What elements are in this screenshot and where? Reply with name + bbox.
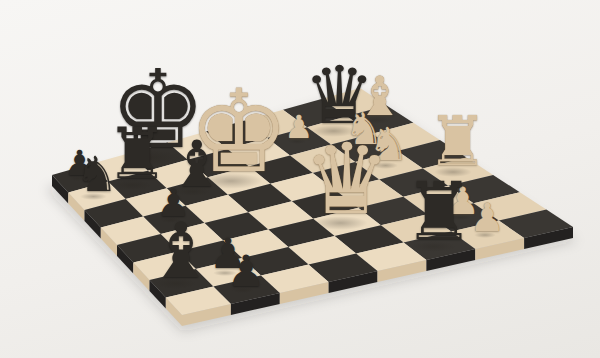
pawn-glyph: ♟: [224, 249, 268, 293]
knight-glyph: ♞: [72, 150, 122, 200]
piece-black-rook[interactable]: ♜: [398, 171, 479, 252]
rook-glyph: ♜: [398, 171, 479, 252]
queen-glyph: ♛: [297, 130, 397, 230]
product-photo-stage: ♝♛♟♞♚♞♜♟♚♜♝♞♟♟♛♟♜♟♝♟: [0, 0, 600, 358]
piece-black-knight[interactable]: ♞: [72, 150, 122, 200]
piece-black-pawn[interactable]: ♟: [224, 249, 268, 293]
piece-black-bishop[interactable]: ♝: [142, 212, 220, 290]
bishop-glyph: ♝: [142, 212, 220, 290]
piece-white-queen[interactable]: ♛: [297, 130, 397, 230]
